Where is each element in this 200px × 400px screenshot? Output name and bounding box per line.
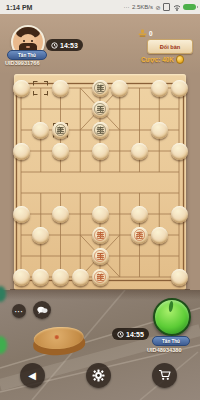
back-button[interactable]: ◀ <box>20 363 45 388</box>
change-table-button[interactable]: Đổi bàn <box>147 39 193 54</box>
hidden-black-piece[interactable] <box>171 143 188 160</box>
hidden-red-piece[interactable] <box>52 206 69 223</box>
piece-layer: 將馬象炮炮兵馬帥 <box>14 74 186 290</box>
hidden-red-piece[interactable] <box>13 206 30 223</box>
black-general[interactable]: 將 <box>92 80 109 97</box>
hidden-black-piece[interactable] <box>111 80 128 97</box>
piece-character: 馬 <box>92 248 109 265</box>
black-elephant[interactable]: 象 <box>52 122 69 139</box>
hidden-red-piece[interactable] <box>151 227 168 244</box>
network-speed: 2.5KB/s <box>132 4 153 10</box>
hidden-black-piece[interactable] <box>151 80 168 97</box>
status-icons: ··· 2.5KB/s ⊘ <box>123 3 196 12</box>
wifi-icon <box>173 4 181 11</box>
screencast-icon <box>163 3 170 12</box>
hidden-red-piece[interactable] <box>131 206 148 223</box>
hidden-red-piece[interactable] <box>92 206 109 223</box>
cart-icon <box>158 369 171 381</box>
shop-button[interactable] <box>152 363 177 388</box>
top-timer-value: 14:53 <box>60 42 78 49</box>
hidden-black-piece[interactable] <box>151 122 168 139</box>
bet-label: Cược: 40K <box>141 56 174 63</box>
black-horse[interactable]: 馬 <box>92 101 109 118</box>
bottom-player-rank-badge: Tân Thủ <box>152 336 190 346</box>
hidden-red-piece[interactable] <box>72 269 89 286</box>
piece-character: 將 <box>92 80 109 97</box>
settings-button[interactable] <box>86 363 111 388</box>
clock-icon <box>117 331 124 338</box>
top-player-timer: 14:53 <box>46 39 83 51</box>
streak-count: 0 <box>149 30 153 37</box>
bottom-player-avatar[interactable] <box>153 298 191 336</box>
hidden-red-piece[interactable] <box>32 227 49 244</box>
piece-character: 兵 <box>131 227 148 244</box>
data-saver-icon: ⊘ <box>155 4 160 11</box>
hidden-red-piece[interactable] <box>32 269 49 286</box>
red-horse[interactable]: 馬 <box>92 248 109 265</box>
more-button[interactable]: ··· <box>12 304 26 318</box>
battery-icon <box>183 4 196 11</box>
avatar-eye <box>31 40 33 42</box>
hidden-black-piece[interactable] <box>131 143 148 160</box>
trophy-icon <box>138 29 147 37</box>
piece-character: 炮 <box>92 122 109 139</box>
clock-time: 1:14 PM <box>6 4 32 11</box>
table-scene: ··· 14:55 Tân Thủ UID48934380 ◀ <box>0 290 200 400</box>
hidden-red-piece[interactable] <box>52 269 69 286</box>
hidden-black-piece[interactable] <box>92 143 109 160</box>
top-player-uid: UID39931766 <box>5 60 40 66</box>
status-bar: 1:14 PM ··· 2.5KB/s ⊘ <box>0 0 200 14</box>
game-screen: 1:14 PM ··· 2.5KB/s ⊘ 14:53 Tân Thủ UID3… <box>0 0 200 400</box>
bottom-timer-value: 14:55 <box>126 331 144 338</box>
hidden-red-piece[interactable] <box>13 269 30 286</box>
hidden-black-piece[interactable] <box>13 80 30 97</box>
chat-bubble-icon <box>37 306 48 315</box>
red-general[interactable]: 帥 <box>92 269 109 286</box>
streak-counter: 0 <box>138 29 153 37</box>
hidden-black-piece[interactable] <box>32 122 49 139</box>
red-cannon[interactable]: 炮 <box>92 227 109 244</box>
bottom-player-timer: 14:55 <box>112 328 149 340</box>
avatar-mouth <box>26 46 30 48</box>
clock-icon <box>51 42 58 49</box>
hidden-red-piece[interactable] <box>171 269 188 286</box>
avatar-jade-streak <box>168 301 173 312</box>
hidden-red-piece[interactable] <box>171 206 188 223</box>
hidden-black-piece[interactable] <box>171 80 188 97</box>
piece-character: 象 <box>52 122 69 139</box>
red-pawn[interactable]: 兵 <box>131 227 148 244</box>
decorative-wood-piece <box>32 325 86 357</box>
top-player-panel: 14:53 Tân Thủ UID39931766 0 Đổi bàn Cược… <box>0 14 200 74</box>
coin-icon <box>176 55 185 64</box>
more-icon: ··· <box>123 4 129 10</box>
hidden-black-piece[interactable] <box>52 80 69 97</box>
top-player-rank-badge: Tân Thủ <box>7 50 47 60</box>
black-cannon[interactable]: 炮 <box>92 122 109 139</box>
piece-character: 炮 <box>92 227 109 244</box>
piece-character: 帥 <box>92 269 109 286</box>
bet-amount: Cược: 40K <box>141 55 184 64</box>
chat-button[interactable] <box>33 301 51 319</box>
avatar-eye <box>23 40 25 42</box>
hidden-black-piece[interactable] <box>52 143 69 160</box>
xiangqi-board[interactable]: 將馬象炮炮兵馬帥 <box>14 74 186 290</box>
gear-icon <box>92 369 105 382</box>
bottom-player-uid: UID48934380 <box>147 347 182 353</box>
hidden-black-piece[interactable] <box>13 143 30 160</box>
last-move-marker <box>33 81 48 96</box>
piece-character: 馬 <box>92 101 109 118</box>
